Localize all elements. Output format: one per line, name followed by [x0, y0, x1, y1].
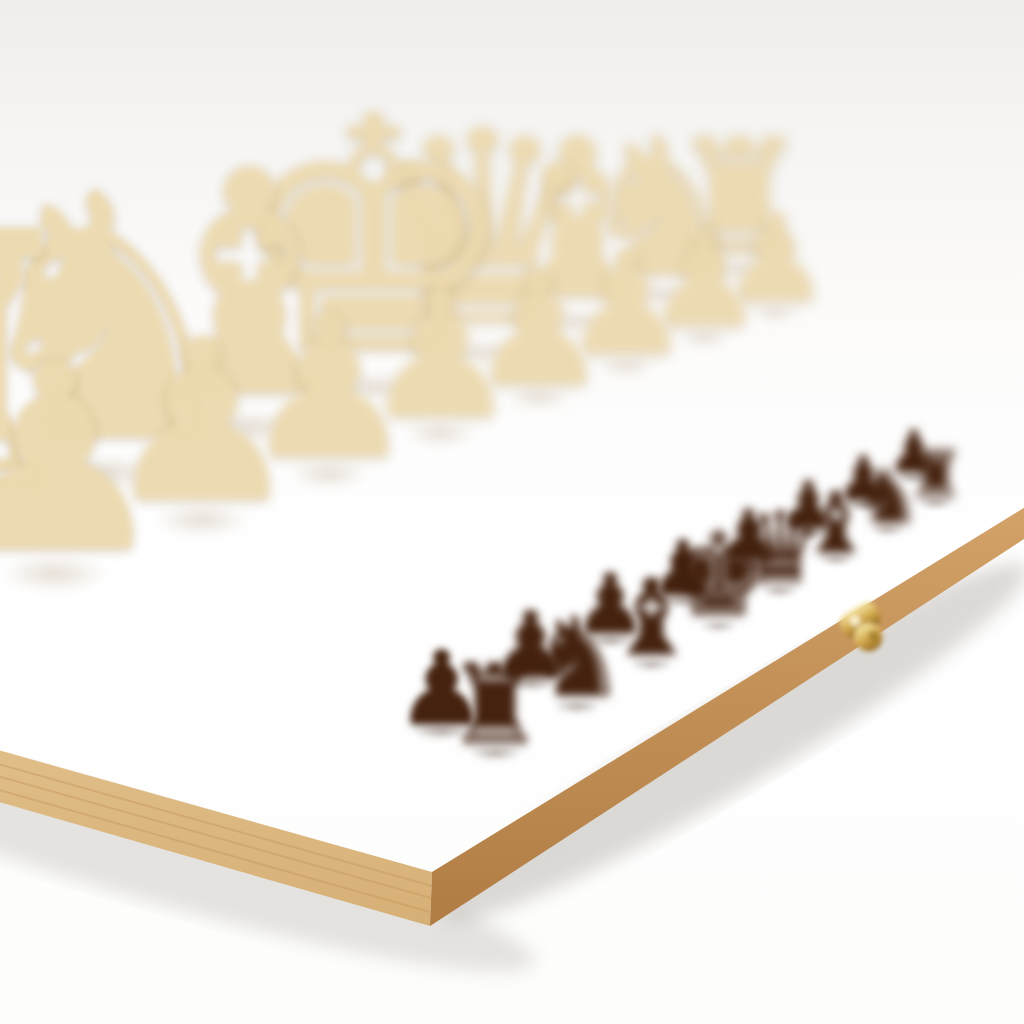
piece-white-pawn-h2[interactable]: ♟: [0, 331, 171, 590]
piece-black-rook-h8[interactable]: ♜: [446, 650, 545, 761]
photo-stage: ♜♞♝♛♚♝♞♜♟♟♟♟♟♟♟♟♟♟♟♟♟♟♟♟♜♞♝♛♚♝♞♜: [0, 0, 1024, 1024]
